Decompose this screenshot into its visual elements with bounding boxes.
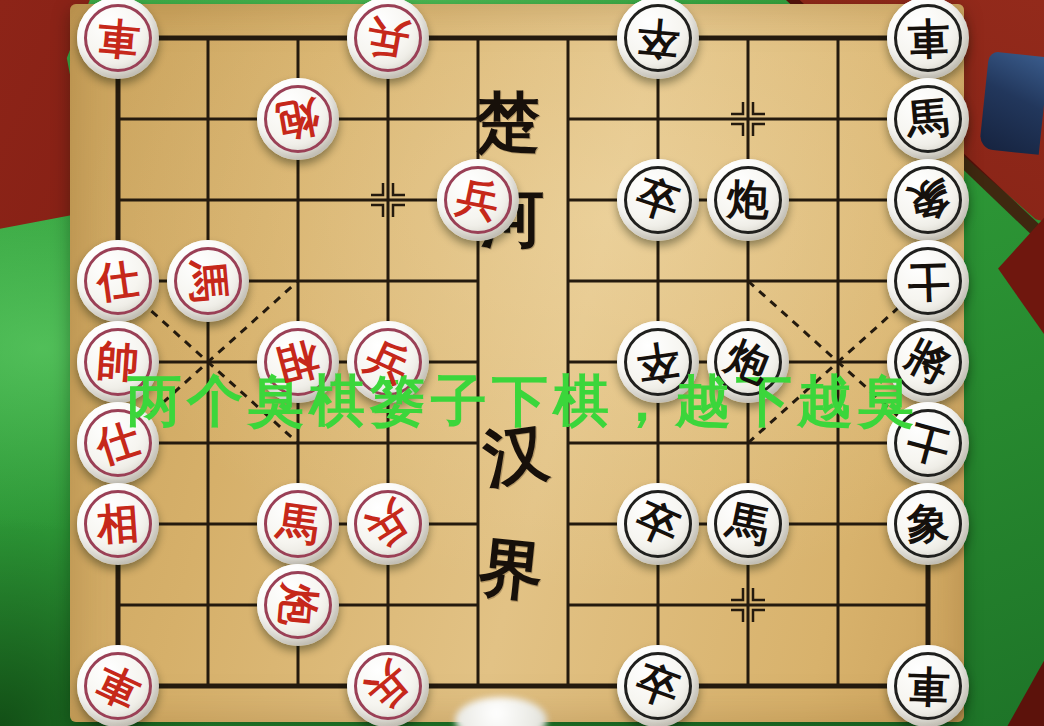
piece-red-soldier[interactable]: 兵: [437, 159, 519, 241]
piece-black-horse[interactable]: 馬: [887, 78, 969, 160]
piece-character: 卒: [632, 174, 685, 227]
piece-black-soldier[interactable]: 卒: [617, 645, 699, 726]
piece-character: 象: [903, 175, 953, 225]
piece-red-advisor[interactable]: 仕: [77, 402, 159, 484]
piece-character: 帥: [96, 340, 141, 385]
piece-red-soldier[interactable]: 兵: [347, 645, 429, 726]
xiangqi-board[interactable]: 楚 河 汉 界 車炮兵兵仕馬帥相兵仕馬相兵炮車兵車卒馬象炮卒士將炮卒士卒馬象卒車: [70, 4, 964, 722]
piece-red-soldier[interactable]: 兵: [347, 0, 429, 79]
piece-character: 馬: [905, 96, 951, 142]
piece-character: 車: [90, 658, 146, 714]
piece-black-soldier[interactable]: 卒: [617, 0, 699, 79]
piece-red-soldier[interactable]: 兵: [347, 321, 429, 403]
piece-red-cannon[interactable]: 炮: [257, 78, 339, 160]
piece-black-cannon[interactable]: 炮: [707, 321, 789, 403]
piece-red-elephant[interactable]: 相: [77, 483, 159, 565]
piece-black-elephant[interactable]: 象: [887, 159, 969, 241]
piece-character: 卒: [634, 338, 681, 385]
piece-character: 仕: [92, 417, 145, 470]
piece-character: 炮: [274, 95, 323, 144]
piece-character: 炮: [726, 178, 769, 221]
piece-red-horse[interactable]: 馬: [257, 483, 339, 565]
piece-black-general[interactable]: 將: [887, 321, 969, 403]
piece-black-elephant[interactable]: 象: [887, 483, 969, 565]
piece-black-soldier[interactable]: 卒: [617, 321, 699, 403]
piece-character: 相: [272, 336, 323, 387]
piece-character: 士: [906, 259, 949, 302]
piece-character: 士: [902, 417, 953, 468]
piece-character: 兵: [360, 334, 416, 390]
piece-character: 卒: [631, 659, 685, 713]
piece-character: 馬: [723, 499, 773, 549]
piece-black-horse[interactable]: 馬: [707, 483, 789, 565]
piece-character: 馬: [185, 258, 231, 304]
piece-character: 炮: [721, 335, 776, 390]
piece-black-cannon[interactable]: 炮: [707, 159, 789, 241]
piece-character: 兵: [359, 495, 417, 553]
piece-black-advisor[interactable]: 士: [887, 402, 969, 484]
piece-character: 車: [95, 15, 141, 61]
piece-character: 馬: [274, 500, 321, 547]
piece-character: 卒: [635, 15, 681, 61]
piece-character: 象: [906, 502, 950, 546]
piece-character: 仕: [94, 257, 141, 304]
river-text-chu: 楚: [476, 79, 540, 166]
piece-black-soldier[interactable]: 卒: [617, 159, 699, 241]
piece-red-soldier[interactable]: 兵: [347, 483, 429, 565]
piece-black-chariot[interactable]: 車: [887, 645, 969, 726]
piece-character: 炮: [275, 582, 321, 628]
piece-character: 兵: [453, 175, 503, 225]
river-text-han: 汉: [478, 408, 553, 503]
piece-red-elephant[interactable]: 相: [257, 321, 339, 403]
piece-black-chariot[interactable]: 車: [887, 0, 969, 79]
piece-red-chariot[interactable]: 車: [77, 0, 159, 79]
piece-character: 車: [906, 664, 949, 707]
piece-red-general[interactable]: 帥: [77, 321, 159, 403]
piece-red-advisor[interactable]: 仕: [77, 240, 159, 322]
river-text-jie: 界: [475, 523, 548, 616]
piece-character: 卒: [630, 496, 685, 551]
piece-character: 相: [96, 502, 141, 547]
piece-red-chariot[interactable]: 車: [77, 645, 159, 726]
piece-character: 兵: [364, 14, 413, 63]
photo-scene: 楚 河 汉 界 車炮兵兵仕馬帥相兵仕馬相兵炮車兵車卒馬象炮卒士將炮卒士卒馬象卒車…: [0, 0, 1044, 726]
piece-black-advisor[interactable]: 士: [887, 240, 969, 322]
background-object: [979, 51, 1044, 155]
piece-red-cannon[interactable]: 炮: [257, 564, 339, 646]
piece-character: 將: [900, 334, 957, 391]
piece-character: 車: [906, 16, 949, 59]
piece-black-soldier[interactable]: 卒: [617, 483, 699, 565]
piece-red-horse[interactable]: 馬: [167, 240, 249, 322]
piece-character: 兵: [358, 656, 417, 715]
